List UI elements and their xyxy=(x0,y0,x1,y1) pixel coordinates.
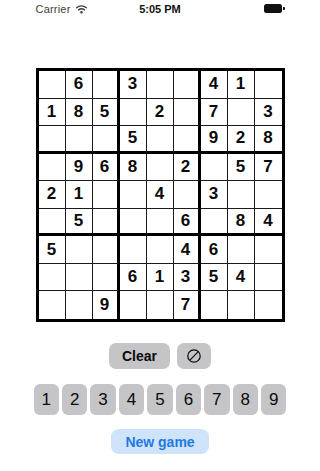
number-button-4[interactable]: 4 xyxy=(119,384,144,415)
cell-r8c5[interactable]: 1 xyxy=(147,264,174,292)
cell-r5c8[interactable] xyxy=(228,181,255,209)
slash-circle-icon xyxy=(186,348,202,364)
cell-r1c9[interactable] xyxy=(255,71,282,99)
cell-r7c8[interactable] xyxy=(228,236,255,264)
cell-r1c8[interactable]: 1 xyxy=(228,71,255,99)
cell-r1c2[interactable]: 6 xyxy=(66,71,93,99)
cell-r5c1[interactable]: 2 xyxy=(39,181,66,209)
cell-r4c1[interactable] xyxy=(39,154,66,182)
cell-r5c9[interactable] xyxy=(255,181,282,209)
number-button-3[interactable]: 3 xyxy=(90,384,115,415)
cell-r5c4[interactable] xyxy=(120,181,147,209)
cell-r4c4[interactable]: 8 xyxy=(120,154,147,182)
cell-r2c5[interactable]: 2 xyxy=(147,99,174,127)
cell-r1c3[interactable] xyxy=(93,71,120,99)
cell-r2c8[interactable] xyxy=(228,99,255,127)
cell-r8c8[interactable]: 4 xyxy=(228,264,255,292)
cell-r3c5[interactable] xyxy=(147,126,174,154)
cell-r7c2[interactable] xyxy=(66,236,93,264)
cell-r8c1[interactable] xyxy=(39,264,66,292)
cell-r5c3[interactable] xyxy=(93,181,120,209)
cell-r9c8[interactable] xyxy=(228,291,255,319)
cell-r1c5[interactable] xyxy=(147,71,174,99)
number-button-1[interactable]: 1 xyxy=(34,384,59,415)
cell-r8c6[interactable]: 3 xyxy=(174,264,201,292)
cell-r5c2[interactable]: 1 xyxy=(66,181,93,209)
cell-r9c9[interactable] xyxy=(255,291,282,319)
number-button-6[interactable]: 6 xyxy=(176,384,201,415)
cell-r8c3[interactable] xyxy=(93,264,120,292)
cell-r2c1[interactable]: 1 xyxy=(39,99,66,127)
cell-r7c9[interactable] xyxy=(255,236,282,264)
sudoku-board: 63411852735928968257214356845466135497 xyxy=(36,68,285,322)
clear-button[interactable]: Clear xyxy=(109,343,170,369)
number-button-9[interactable]: 9 xyxy=(261,384,286,415)
cell-r8c7[interactable]: 5 xyxy=(201,264,228,292)
cell-r3c3[interactable] xyxy=(93,126,120,154)
clock-time: 5:05 PM xyxy=(28,3,293,15)
cell-r3c1[interactable] xyxy=(39,126,66,154)
cell-r3c8[interactable]: 2 xyxy=(228,126,255,154)
cell-r9c1[interactable] xyxy=(39,291,66,319)
cell-r2c4[interactable] xyxy=(120,99,147,127)
cell-r4c6[interactable]: 2 xyxy=(174,154,201,182)
cell-r1c7[interactable]: 4 xyxy=(201,71,228,99)
cell-r4c3[interactable]: 6 xyxy=(93,154,120,182)
cell-r9c6[interactable]: 7 xyxy=(174,291,201,319)
cell-r5c7[interactable]: 3 xyxy=(201,181,228,209)
cell-r5c6[interactable] xyxy=(174,181,201,209)
cell-r2c2[interactable]: 8 xyxy=(66,99,93,127)
slash-circle-button[interactable] xyxy=(177,343,211,369)
number-button-8[interactable]: 8 xyxy=(233,384,258,415)
cell-r7c5[interactable] xyxy=(147,236,174,264)
cell-r4c7[interactable] xyxy=(201,154,228,182)
cell-r6c7[interactable] xyxy=(201,209,228,237)
cell-r2c7[interactable]: 7 xyxy=(201,99,228,127)
cell-r1c6[interactable] xyxy=(174,71,201,99)
cell-r6c8[interactable]: 8 xyxy=(228,209,255,237)
cell-r7c7[interactable]: 6 xyxy=(201,236,228,264)
cell-r9c7[interactable] xyxy=(201,291,228,319)
cell-r3c9[interactable]: 8 xyxy=(255,126,282,154)
battery-icon xyxy=(264,4,284,13)
cell-r7c3[interactable] xyxy=(93,236,120,264)
status-bar: Carrier 5:05 PM xyxy=(28,0,293,18)
cell-r9c2[interactable] xyxy=(66,291,93,319)
cell-r8c2[interactable] xyxy=(66,264,93,292)
number-buttons: 123456789 xyxy=(34,384,287,415)
cell-r2c6[interactable] xyxy=(174,99,201,127)
cell-r3c7[interactable]: 9 xyxy=(201,126,228,154)
cell-r6c5[interactable] xyxy=(147,209,174,237)
cell-r7c1[interactable]: 5 xyxy=(39,236,66,264)
cell-r4c9[interactable]: 7 xyxy=(255,154,282,182)
cell-r9c3[interactable]: 9 xyxy=(93,291,120,319)
cell-r6c1[interactable] xyxy=(39,209,66,237)
cell-r9c4[interactable] xyxy=(120,291,147,319)
cell-r6c2[interactable]: 5 xyxy=(66,209,93,237)
cell-r6c3[interactable] xyxy=(93,209,120,237)
cell-r6c6[interactable]: 6 xyxy=(174,209,201,237)
cell-r7c6[interactable]: 4 xyxy=(174,236,201,264)
cell-r3c4[interactable]: 5 xyxy=(120,126,147,154)
cell-r6c9[interactable]: 4 xyxy=(255,209,282,237)
cell-r2c3[interactable]: 5 xyxy=(93,99,120,127)
sudoku-app-screen: Carrier 5:05 PM 634118527359289682572143… xyxy=(28,0,293,471)
cell-r5c5[interactable]: 4 xyxy=(147,181,174,209)
cell-r1c1[interactable] xyxy=(39,71,66,99)
cell-r4c5[interactable] xyxy=(147,154,174,182)
new-game-button[interactable]: New game xyxy=(111,429,208,454)
cell-r3c6[interactable] xyxy=(174,126,201,154)
cell-r8c4[interactable]: 6 xyxy=(120,264,147,292)
cell-r6c4[interactable] xyxy=(120,209,147,237)
cell-r3c2[interactable] xyxy=(66,126,93,154)
cell-r9c5[interactable] xyxy=(147,291,174,319)
cell-r8c9[interactable] xyxy=(255,264,282,292)
cell-r4c2[interactable]: 9 xyxy=(66,154,93,182)
number-button-2[interactable]: 2 xyxy=(62,384,87,415)
newgame-row: New game xyxy=(28,429,293,454)
cell-r4c8[interactable]: 5 xyxy=(228,154,255,182)
number-button-7[interactable]: 7 xyxy=(204,384,229,415)
cell-r7c4[interactable] xyxy=(120,236,147,264)
cell-r1c4[interactable]: 3 xyxy=(120,71,147,99)
cell-r2c9[interactable]: 3 xyxy=(255,99,282,127)
number-button-5[interactable]: 5 xyxy=(147,384,172,415)
clear-controls: Clear xyxy=(28,343,293,369)
